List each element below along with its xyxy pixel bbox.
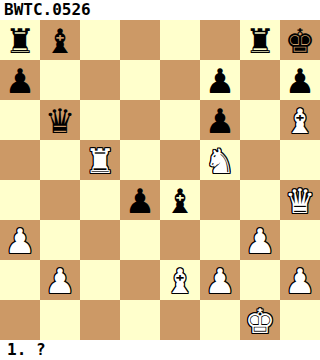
square-f5: ♞	[200, 140, 240, 180]
square-g1: ♚	[240, 300, 280, 340]
piece-wp-h2: ♟	[280, 260, 320, 300]
square-h7: ♟	[280, 60, 320, 100]
chess-board: ♜♝♜♚♟♟♟♛♟♝♜♞♟♝♛♟♟♟♝♟♟♚	[0, 20, 320, 340]
chess-diagram: BWTC.0526 ♜♝♜♚♟♟♟♛♟♝♜♞♟♝♛♟♟♟♝♟♟♚ 1. ?	[0, 0, 320, 360]
piece-wp-f2: ♟	[200, 260, 240, 300]
square-c1	[80, 300, 120, 340]
square-h5	[280, 140, 320, 180]
square-h4: ♛	[280, 180, 320, 220]
piece-wq-h4: ♛	[280, 180, 320, 220]
square-h3	[280, 220, 320, 260]
square-b2: ♟	[40, 260, 80, 300]
square-a3: ♟	[0, 220, 40, 260]
piece-wp-b2: ♟	[40, 260, 80, 300]
square-h8: ♚	[280, 20, 320, 60]
square-d2	[120, 260, 160, 300]
piece-bp-a7: ♟	[0, 60, 40, 100]
piece-wb-e2: ♝	[160, 260, 200, 300]
square-e8	[160, 20, 200, 60]
square-a5	[0, 140, 40, 180]
square-e2: ♝	[160, 260, 200, 300]
square-a1	[0, 300, 40, 340]
square-b1	[40, 300, 80, 340]
square-b6: ♛	[40, 100, 80, 140]
square-b3	[40, 220, 80, 260]
square-d1	[120, 300, 160, 340]
square-c4	[80, 180, 120, 220]
square-d4: ♟	[120, 180, 160, 220]
square-c3	[80, 220, 120, 260]
square-e7	[160, 60, 200, 100]
square-c6	[80, 100, 120, 140]
square-g4	[240, 180, 280, 220]
square-b5	[40, 140, 80, 180]
square-e6	[160, 100, 200, 140]
piece-br-g8: ♜	[240, 20, 280, 60]
square-g2	[240, 260, 280, 300]
square-e1	[160, 300, 200, 340]
piece-wp-a3: ♟	[0, 220, 40, 260]
square-d8	[120, 20, 160, 60]
square-g7	[240, 60, 280, 100]
square-e5	[160, 140, 200, 180]
square-c8	[80, 20, 120, 60]
square-f7: ♟	[200, 60, 240, 100]
piece-wb-h6: ♝	[280, 100, 320, 140]
piece-wr-c5: ♜	[80, 140, 120, 180]
square-b7	[40, 60, 80, 100]
piece-wp-g3: ♟	[240, 220, 280, 260]
piece-br-a8: ♜	[0, 20, 40, 60]
piece-wk-g1: ♚	[240, 300, 280, 340]
piece-bq-b6: ♛	[40, 100, 80, 140]
square-f4	[200, 180, 240, 220]
square-c7	[80, 60, 120, 100]
square-g8: ♜	[240, 20, 280, 60]
piece-bp-d4: ♟	[120, 180, 160, 220]
square-d6	[120, 100, 160, 140]
square-e4: ♝	[160, 180, 200, 220]
piece-bb-b8: ♝	[40, 20, 80, 60]
square-a7: ♟	[0, 60, 40, 100]
square-h6: ♝	[280, 100, 320, 140]
puzzle-id: BWTC.0526	[0, 0, 320, 20]
square-f2: ♟	[200, 260, 240, 300]
square-g6	[240, 100, 280, 140]
square-e3	[160, 220, 200, 260]
square-f8	[200, 20, 240, 60]
square-a8: ♜	[0, 20, 40, 60]
piece-bp-h7: ♟	[280, 60, 320, 100]
square-c2	[80, 260, 120, 300]
square-g5	[240, 140, 280, 180]
square-d5	[120, 140, 160, 180]
square-b4	[40, 180, 80, 220]
move-prompt: 1. ?	[0, 340, 320, 360]
square-f6: ♟	[200, 100, 240, 140]
piece-wn-f5: ♞	[200, 140, 240, 180]
square-f1	[200, 300, 240, 340]
square-h1	[280, 300, 320, 340]
square-a6	[0, 100, 40, 140]
piece-bp-f7: ♟	[200, 60, 240, 100]
square-b8: ♝	[40, 20, 80, 60]
piece-bk-h8: ♚	[280, 20, 320, 60]
square-a4	[0, 180, 40, 220]
square-c5: ♜	[80, 140, 120, 180]
piece-bp-f6: ♟	[200, 100, 240, 140]
square-f3	[200, 220, 240, 260]
square-g3: ♟	[240, 220, 280, 260]
square-a2	[0, 260, 40, 300]
square-d7	[120, 60, 160, 100]
square-h2: ♟	[280, 260, 320, 300]
piece-bb-e4: ♝	[160, 180, 200, 220]
square-d3	[120, 220, 160, 260]
